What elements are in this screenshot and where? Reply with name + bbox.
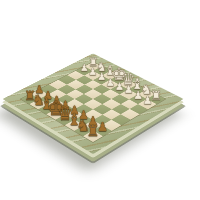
chess-set-product-photo: ♜♞♝♚♛♝♞♜♟♟♟♟♟♟♟♟♟♟♟♟♟♟♟♟♜♞♝♚♛♝♞♜ — [0, 0, 200, 200]
chess-board — [2, 53, 183, 154]
board-squares-grid — [21, 62, 165, 142]
